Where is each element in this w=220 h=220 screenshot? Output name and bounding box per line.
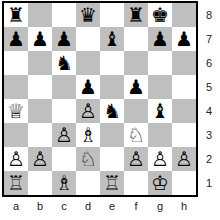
white-pawn-piece[interactable]: ♙: [55, 123, 73, 147]
square-g1[interactable]: ♔: [148, 171, 172, 195]
black-bishop-piece[interactable]: ♝: [103, 27, 121, 51]
white-queen-piece[interactable]: ♕: [7, 99, 25, 123]
square-b6[interactable]: [28, 51, 52, 75]
square-b8[interactable]: [28, 3, 52, 27]
square-g3[interactable]: [148, 123, 172, 147]
square-h1[interactable]: [172, 171, 196, 195]
white-pawn-piece[interactable]: ♙: [151, 147, 169, 171]
square-b4[interactable]: [28, 99, 52, 123]
rank-label-6: 6: [201, 51, 217, 75]
white-rook-piece[interactable]: ♖: [103, 171, 121, 195]
square-c3[interactable]: ♙: [52, 123, 76, 147]
white-pawn-piece[interactable]: ♙: [31, 147, 49, 171]
black-knight-piece[interactable]: ♞: [55, 51, 73, 75]
white-rook-piece[interactable]: ♖: [7, 171, 25, 195]
square-e6[interactable]: [100, 51, 124, 75]
white-bishop-piece[interactable]: ♗: [79, 123, 97, 147]
black-pawn-piece[interactable]: ♟: [127, 75, 145, 99]
file-label-g: g: [148, 198, 172, 216]
black-pawn-piece[interactable]: ♟: [55, 27, 73, 51]
white-pawn-piece[interactable]: ♙: [127, 147, 145, 171]
file-label-h: h: [172, 198, 196, 216]
square-e1[interactable]: ♖: [100, 171, 124, 195]
square-b3[interactable]: [28, 123, 52, 147]
black-queen-piece[interactable]: ♛: [79, 3, 97, 27]
square-a4[interactable]: ♕: [4, 99, 28, 123]
square-f3[interactable]: ♘: [124, 123, 148, 147]
square-h5[interactable]: [172, 75, 196, 99]
white-knight-piece[interactable]: ♘: [79, 147, 97, 171]
rank-label-3: 3: [201, 123, 217, 147]
black-rook-piece[interactable]: ♜: [7, 3, 25, 27]
black-pawn-piece[interactable]: ♟: [151, 27, 169, 51]
square-b1[interactable]: [28, 171, 52, 195]
square-e4[interactable]: ♞: [100, 99, 124, 123]
square-f5[interactable]: ♟: [124, 75, 148, 99]
square-d4[interactable]: ♙: [76, 99, 100, 123]
square-h6[interactable]: [172, 51, 196, 75]
white-pawn-piece[interactable]: ♙: [7, 147, 25, 171]
square-d6[interactable]: [76, 51, 100, 75]
square-g8[interactable]: ♚: [148, 3, 172, 27]
square-c8[interactable]: [52, 3, 76, 27]
square-g2[interactable]: ♙: [148, 147, 172, 171]
square-a1[interactable]: ♖: [4, 171, 28, 195]
square-e2[interactable]: [100, 147, 124, 171]
square-b7[interactable]: ♟: [28, 27, 52, 51]
square-f4[interactable]: [124, 99, 148, 123]
square-g6[interactable]: [148, 51, 172, 75]
square-a3[interactable]: [4, 123, 28, 147]
square-g5[interactable]: [148, 75, 172, 99]
rank-label-1: 1: [201, 171, 217, 195]
rank-labels: 87654321: [201, 3, 217, 195]
square-a5[interactable]: [4, 75, 28, 99]
square-a8[interactable]: ♜: [4, 3, 28, 27]
square-a2[interactable]: ♙: [4, 147, 28, 171]
rank-label-5: 5: [201, 75, 217, 99]
file-label-d: d: [76, 198, 100, 216]
black-pawn-piece[interactable]: ♟: [31, 27, 49, 51]
square-d7[interactable]: [76, 27, 100, 51]
square-d3[interactable]: ♗: [76, 123, 100, 147]
square-f6[interactable]: [124, 51, 148, 75]
rank-label-7: 7: [201, 27, 217, 51]
square-c7[interactable]: ♟: [52, 27, 76, 51]
board-frame: ♜♛♜♚♟♟♟♝♟♟♞♟♟♕♙♞♝♙♗♘♙♙♘♙♙♙♖♗♖♔: [2, 1, 198, 197]
square-c6[interactable]: ♞: [52, 51, 76, 75]
black-king-piece[interactable]: ♚: [151, 3, 169, 27]
black-bishop-piece[interactable]: ♝: [151, 99, 169, 123]
square-c5[interactable]: [52, 75, 76, 99]
square-f2[interactable]: ♙: [124, 147, 148, 171]
square-h7[interactable]: ♟: [172, 27, 196, 51]
chess-diagram: ♜♛♜♚♟♟♟♝♟♟♞♟♟♕♙♞♝♙♗♘♙♙♘♙♙♙♖♗♖♔ 87654321 …: [0, 0, 220, 220]
file-labels: abcdefgh: [4, 198, 196, 216]
square-e5[interactable]: [100, 75, 124, 99]
square-c1[interactable]: ♗: [52, 171, 76, 195]
square-c2[interactable]: [52, 147, 76, 171]
file-label-c: c: [52, 198, 76, 216]
square-h3[interactable]: [172, 123, 196, 147]
file-label-f: f: [124, 198, 148, 216]
square-f8[interactable]: ♜: [124, 3, 148, 27]
square-d1[interactable]: [76, 171, 100, 195]
square-e8[interactable]: [100, 3, 124, 27]
file-label-a: a: [4, 198, 28, 216]
white-pawn-piece[interactable]: ♙: [175, 147, 193, 171]
black-pawn-piece[interactable]: ♟: [79, 75, 97, 99]
square-f1[interactable]: [124, 171, 148, 195]
black-knight-piece[interactable]: ♞: [103, 99, 121, 123]
file-label-b: b: [28, 198, 52, 216]
rank-label-8: 8: [201, 3, 217, 27]
square-b5[interactable]: [28, 75, 52, 99]
rank-label-2: 2: [201, 147, 217, 171]
square-h8[interactable]: [172, 3, 196, 27]
square-b2[interactable]: ♙: [28, 147, 52, 171]
chess-board: ♜♛♜♚♟♟♟♝♟♟♞♟♟♕♙♞♝♙♗♘♙♙♘♙♙♙♖♗♖♔: [4, 3, 196, 195]
white-bishop-piece[interactable]: ♗: [55, 171, 73, 195]
rank-label-4: 4: [201, 99, 217, 123]
white-king-piece[interactable]: ♔: [151, 171, 169, 195]
black-pawn-piece[interactable]: ♟: [7, 27, 25, 51]
square-c4[interactable]: [52, 99, 76, 123]
square-e7[interactable]: ♝: [100, 27, 124, 51]
square-d5[interactable]: ♟: [76, 75, 100, 99]
square-g7[interactable]: ♟: [148, 27, 172, 51]
black-rook-piece[interactable]: ♜: [127, 3, 145, 27]
white-pawn-piece[interactable]: ♙: [79, 99, 97, 123]
square-e3[interactable]: [100, 123, 124, 147]
square-h2[interactable]: ♙: [172, 147, 196, 171]
square-a7[interactable]: ♟: [4, 27, 28, 51]
square-d2[interactable]: ♘: [76, 147, 100, 171]
square-f7[interactable]: [124, 27, 148, 51]
square-h4[interactable]: [172, 99, 196, 123]
file-label-e: e: [100, 198, 124, 216]
square-d8[interactable]: ♛: [76, 3, 100, 27]
square-g4[interactable]: ♝: [148, 99, 172, 123]
white-knight-piece[interactable]: ♘: [127, 123, 145, 147]
black-pawn-piece[interactable]: ♟: [175, 27, 193, 51]
square-a6[interactable]: [4, 51, 28, 75]
